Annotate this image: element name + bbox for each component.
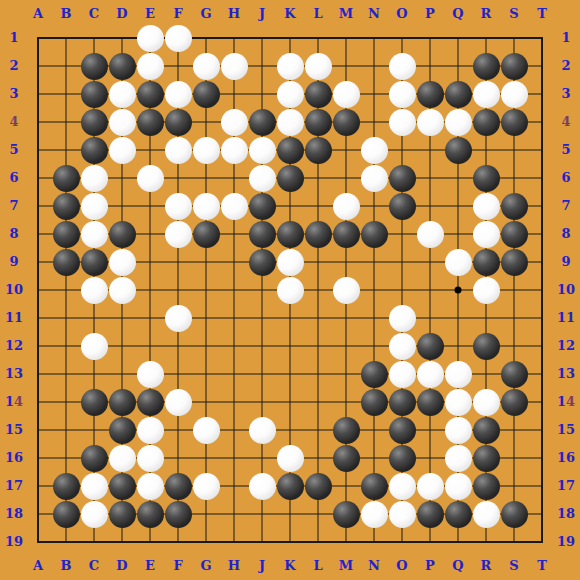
- intersection-M8[interactable]: [332, 220, 360, 248]
- intersection-R4[interactable]: [472, 108, 500, 136]
- intersection-F12[interactable]: [164, 332, 192, 360]
- intersection-L7[interactable]: [304, 192, 332, 220]
- intersection-O9[interactable]: [388, 248, 416, 276]
- intersection-E1[interactable]: [136, 24, 164, 52]
- intersection-K7[interactable]: [276, 192, 304, 220]
- intersection-F3[interactable]: [164, 80, 192, 108]
- intersection-Q9[interactable]: [444, 248, 472, 276]
- intersection-T5[interactable]: [528, 136, 556, 164]
- intersection-G14[interactable]: [192, 388, 220, 416]
- intersection-N6[interactable]: [360, 164, 388, 192]
- intersection-S18[interactable]: [500, 500, 528, 528]
- intersection-J4[interactable]: [248, 108, 276, 136]
- intersection-F19[interactable]: [164, 528, 192, 556]
- intersection-L9[interactable]: [304, 248, 332, 276]
- intersection-S8[interactable]: [500, 220, 528, 248]
- intersection-C17[interactable]: [80, 472, 108, 500]
- intersection-Q8[interactable]: [444, 220, 472, 248]
- intersection-R18[interactable]: [472, 500, 500, 528]
- intersection-A3[interactable]: [24, 80, 52, 108]
- intersection-C2[interactable]: [80, 52, 108, 80]
- intersection-Q14[interactable]: [444, 388, 472, 416]
- intersection-O19[interactable]: [388, 528, 416, 556]
- intersection-J3[interactable]: [248, 80, 276, 108]
- intersection-C11[interactable]: [80, 304, 108, 332]
- intersection-Q6[interactable]: [444, 164, 472, 192]
- intersection-G17[interactable]: [192, 472, 220, 500]
- intersection-H6[interactable]: [220, 164, 248, 192]
- intersection-Q1[interactable]: [444, 24, 472, 52]
- intersection-D6[interactable]: [108, 164, 136, 192]
- intersection-D3[interactable]: [108, 80, 136, 108]
- intersection-H18[interactable]: [220, 500, 248, 528]
- intersection-C6[interactable]: [80, 164, 108, 192]
- intersection-O8[interactable]: [388, 220, 416, 248]
- intersection-L4[interactable]: [304, 108, 332, 136]
- intersection-B6[interactable]: [52, 164, 80, 192]
- intersection-H10[interactable]: [220, 276, 248, 304]
- intersection-L16[interactable]: [304, 444, 332, 472]
- intersection-L2[interactable]: [304, 52, 332, 80]
- intersection-F17[interactable]: [164, 472, 192, 500]
- intersection-H7[interactable]: [220, 192, 248, 220]
- intersection-C7[interactable]: [80, 192, 108, 220]
- intersection-D16[interactable]: [108, 444, 136, 472]
- intersection-G2[interactable]: [192, 52, 220, 80]
- intersection-R11[interactable]: [472, 304, 500, 332]
- intersection-O13[interactable]: [388, 360, 416, 388]
- intersection-O2[interactable]: [388, 52, 416, 80]
- intersection-H19[interactable]: [220, 528, 248, 556]
- intersection-J13[interactable]: [248, 360, 276, 388]
- intersection-F5[interactable]: [164, 136, 192, 164]
- intersection-T10[interactable]: [528, 276, 556, 304]
- intersection-P3[interactable]: [416, 80, 444, 108]
- intersection-E2[interactable]: [136, 52, 164, 80]
- intersection-J18[interactable]: [248, 500, 276, 528]
- intersection-F13[interactable]: [164, 360, 192, 388]
- intersection-O11[interactable]: [388, 304, 416, 332]
- intersection-C8[interactable]: [80, 220, 108, 248]
- intersection-F8[interactable]: [164, 220, 192, 248]
- intersection-G9[interactable]: [192, 248, 220, 276]
- intersection-M15[interactable]: [332, 416, 360, 444]
- intersection-G12[interactable]: [192, 332, 220, 360]
- intersection-F7[interactable]: [164, 192, 192, 220]
- intersection-C16[interactable]: [80, 444, 108, 472]
- intersection-J8[interactable]: [248, 220, 276, 248]
- intersection-T16[interactable]: [528, 444, 556, 472]
- intersection-F9[interactable]: [164, 248, 192, 276]
- intersection-K14[interactable]: [276, 388, 304, 416]
- intersection-E3[interactable]: [136, 80, 164, 108]
- intersection-C15[interactable]: [80, 416, 108, 444]
- intersection-N15[interactable]: [360, 416, 388, 444]
- intersection-D12[interactable]: [108, 332, 136, 360]
- intersection-A12[interactable]: [24, 332, 52, 360]
- intersection-R8[interactable]: [472, 220, 500, 248]
- intersection-Q15[interactable]: [444, 416, 472, 444]
- intersection-R6[interactable]: [472, 164, 500, 192]
- intersection-C18[interactable]: [80, 500, 108, 528]
- intersection-D11[interactable]: [108, 304, 136, 332]
- intersection-J11[interactable]: [248, 304, 276, 332]
- intersection-S11[interactable]: [500, 304, 528, 332]
- intersection-P11[interactable]: [416, 304, 444, 332]
- intersection-M10[interactable]: [332, 276, 360, 304]
- intersection-J16[interactable]: [248, 444, 276, 472]
- intersection-E16[interactable]: [136, 444, 164, 472]
- intersection-R10[interactable]: [472, 276, 500, 304]
- intersection-S10[interactable]: [500, 276, 528, 304]
- intersection-R12[interactable]: [472, 332, 500, 360]
- intersection-T3[interactable]: [528, 80, 556, 108]
- intersection-O7[interactable]: [388, 192, 416, 220]
- intersection-B19[interactable]: [52, 528, 80, 556]
- intersection-C1[interactable]: [80, 24, 108, 52]
- intersection-H3[interactable]: [220, 80, 248, 108]
- intersection-G19[interactable]: [192, 528, 220, 556]
- intersection-G10[interactable]: [192, 276, 220, 304]
- intersection-C19[interactable]: [80, 528, 108, 556]
- intersection-A2[interactable]: [24, 52, 52, 80]
- intersection-S2[interactable]: [500, 52, 528, 80]
- intersection-A16[interactable]: [24, 444, 52, 472]
- intersection-R16[interactable]: [472, 444, 500, 472]
- intersection-M16[interactable]: [332, 444, 360, 472]
- intersection-R3[interactable]: [472, 80, 500, 108]
- intersection-Q7[interactable]: [444, 192, 472, 220]
- intersection-T4[interactable]: [528, 108, 556, 136]
- intersection-S17[interactable]: [500, 472, 528, 500]
- intersection-K17[interactable]: [276, 472, 304, 500]
- intersection-T13[interactable]: [528, 360, 556, 388]
- intersection-G7[interactable]: [192, 192, 220, 220]
- intersection-P17[interactable]: [416, 472, 444, 500]
- intersection-H17[interactable]: [220, 472, 248, 500]
- intersection-B14[interactable]: [52, 388, 80, 416]
- intersection-T11[interactable]: [528, 304, 556, 332]
- intersection-Q16[interactable]: [444, 444, 472, 472]
- intersection-K1[interactable]: [276, 24, 304, 52]
- intersection-K19[interactable]: [276, 528, 304, 556]
- intersection-B18[interactable]: [52, 500, 80, 528]
- intersection-K3[interactable]: [276, 80, 304, 108]
- intersection-N17[interactable]: [360, 472, 388, 500]
- intersection-D19[interactable]: [108, 528, 136, 556]
- intersection-P12[interactable]: [416, 332, 444, 360]
- intersection-Q12[interactable]: [444, 332, 472, 360]
- intersection-L13[interactable]: [304, 360, 332, 388]
- intersection-S1[interactable]: [500, 24, 528, 52]
- intersection-F18[interactable]: [164, 500, 192, 528]
- intersection-R19[interactable]: [472, 528, 500, 556]
- intersection-R15[interactable]: [472, 416, 500, 444]
- intersection-S9[interactable]: [500, 248, 528, 276]
- intersection-H8[interactable]: [220, 220, 248, 248]
- intersection-H5[interactable]: [220, 136, 248, 164]
- intersection-O16[interactable]: [388, 444, 416, 472]
- intersection-L1[interactable]: [304, 24, 332, 52]
- intersection-S13[interactable]: [500, 360, 528, 388]
- intersection-B2[interactable]: [52, 52, 80, 80]
- intersection-E14[interactable]: [136, 388, 164, 416]
- intersection-O18[interactable]: [388, 500, 416, 528]
- intersection-M4[interactable]: [332, 108, 360, 136]
- intersection-G5[interactable]: [192, 136, 220, 164]
- intersection-J2[interactable]: [248, 52, 276, 80]
- intersection-A9[interactable]: [24, 248, 52, 276]
- intersection-E7[interactable]: [136, 192, 164, 220]
- intersection-A19[interactable]: [24, 528, 52, 556]
- intersection-M18[interactable]: [332, 500, 360, 528]
- intersection-P6[interactable]: [416, 164, 444, 192]
- intersection-L8[interactable]: [304, 220, 332, 248]
- intersection-O17[interactable]: [388, 472, 416, 500]
- intersection-M6[interactable]: [332, 164, 360, 192]
- intersection-C5[interactable]: [80, 136, 108, 164]
- intersection-N10[interactable]: [360, 276, 388, 304]
- intersection-D1[interactable]: [108, 24, 136, 52]
- intersection-H12[interactable]: [220, 332, 248, 360]
- intersection-B9[interactable]: [52, 248, 80, 276]
- intersection-C9[interactable]: [80, 248, 108, 276]
- intersection-A13[interactable]: [24, 360, 52, 388]
- intersection-N19[interactable]: [360, 528, 388, 556]
- intersection-T1[interactable]: [528, 24, 556, 52]
- intersection-F15[interactable]: [164, 416, 192, 444]
- intersection-D13[interactable]: [108, 360, 136, 388]
- intersection-R14[interactable]: [472, 388, 500, 416]
- intersection-N4[interactable]: [360, 108, 388, 136]
- intersection-P10[interactable]: [416, 276, 444, 304]
- intersection-P18[interactable]: [416, 500, 444, 528]
- intersection-H9[interactable]: [220, 248, 248, 276]
- intersection-C4[interactable]: [80, 108, 108, 136]
- intersection-H1[interactable]: [220, 24, 248, 52]
- intersection-O3[interactable]: [388, 80, 416, 108]
- intersection-M14[interactable]: [332, 388, 360, 416]
- intersection-N8[interactable]: [360, 220, 388, 248]
- intersection-A7[interactable]: [24, 192, 52, 220]
- intersection-J5[interactable]: [248, 136, 276, 164]
- intersection-B1[interactable]: [52, 24, 80, 52]
- intersection-N1[interactable]: [360, 24, 388, 52]
- intersection-E6[interactable]: [136, 164, 164, 192]
- intersection-D9[interactable]: [108, 248, 136, 276]
- intersection-S5[interactable]: [500, 136, 528, 164]
- intersection-M3[interactable]: [332, 80, 360, 108]
- intersection-E9[interactable]: [136, 248, 164, 276]
- intersection-L17[interactable]: [304, 472, 332, 500]
- intersection-L19[interactable]: [304, 528, 332, 556]
- intersection-J6[interactable]: [248, 164, 276, 192]
- intersection-N12[interactable]: [360, 332, 388, 360]
- intersection-Q2[interactable]: [444, 52, 472, 80]
- intersection-D8[interactable]: [108, 220, 136, 248]
- intersection-D14[interactable]: [108, 388, 136, 416]
- intersection-B4[interactable]: [52, 108, 80, 136]
- intersection-H4[interactable]: [220, 108, 248, 136]
- intersection-E5[interactable]: [136, 136, 164, 164]
- intersection-K4[interactable]: [276, 108, 304, 136]
- intersection-S4[interactable]: [500, 108, 528, 136]
- intersection-A1[interactable]: [24, 24, 52, 52]
- intersection-B3[interactable]: [52, 80, 80, 108]
- intersection-N11[interactable]: [360, 304, 388, 332]
- intersection-M19[interactable]: [332, 528, 360, 556]
- intersection-K12[interactable]: [276, 332, 304, 360]
- intersection-E13[interactable]: [136, 360, 164, 388]
- intersection-T14[interactable]: [528, 388, 556, 416]
- intersection-M7[interactable]: [332, 192, 360, 220]
- intersection-B15[interactable]: [52, 416, 80, 444]
- intersection-E4[interactable]: [136, 108, 164, 136]
- intersection-O6[interactable]: [388, 164, 416, 192]
- intersection-C12[interactable]: [80, 332, 108, 360]
- intersection-N3[interactable]: [360, 80, 388, 108]
- intersection-Q11[interactable]: [444, 304, 472, 332]
- intersection-R5[interactable]: [472, 136, 500, 164]
- intersection-C3[interactable]: [80, 80, 108, 108]
- intersection-L6[interactable]: [304, 164, 332, 192]
- intersection-Q5[interactable]: [444, 136, 472, 164]
- intersection-J9[interactable]: [248, 248, 276, 276]
- intersection-S3[interactable]: [500, 80, 528, 108]
- intersection-M9[interactable]: [332, 248, 360, 276]
- intersection-S6[interactable]: [500, 164, 528, 192]
- intersection-R13[interactable]: [472, 360, 500, 388]
- intersection-P15[interactable]: [416, 416, 444, 444]
- intersection-E19[interactable]: [136, 528, 164, 556]
- intersection-F4[interactable]: [164, 108, 192, 136]
- intersection-D17[interactable]: [108, 472, 136, 500]
- intersection-B17[interactable]: [52, 472, 80, 500]
- intersection-B11[interactable]: [52, 304, 80, 332]
- intersection-G6[interactable]: [192, 164, 220, 192]
- intersection-E11[interactable]: [136, 304, 164, 332]
- intersection-A4[interactable]: [24, 108, 52, 136]
- intersection-M17[interactable]: [332, 472, 360, 500]
- intersection-B8[interactable]: [52, 220, 80, 248]
- intersection-G3[interactable]: [192, 80, 220, 108]
- intersection-L14[interactable]: [304, 388, 332, 416]
- intersection-R2[interactable]: [472, 52, 500, 80]
- intersection-K6[interactable]: [276, 164, 304, 192]
- intersection-H11[interactable]: [220, 304, 248, 332]
- intersection-J19[interactable]: [248, 528, 276, 556]
- intersection-L11[interactable]: [304, 304, 332, 332]
- intersection-M2[interactable]: [332, 52, 360, 80]
- intersection-D18[interactable]: [108, 500, 136, 528]
- intersection-M12[interactable]: [332, 332, 360, 360]
- intersection-B5[interactable]: [52, 136, 80, 164]
- intersection-K15[interactable]: [276, 416, 304, 444]
- intersection-A8[interactable]: [24, 220, 52, 248]
- intersection-R17[interactable]: [472, 472, 500, 500]
- intersection-D15[interactable]: [108, 416, 136, 444]
- intersection-S12[interactable]: [500, 332, 528, 360]
- intersection-T12[interactable]: [528, 332, 556, 360]
- intersection-O15[interactable]: [388, 416, 416, 444]
- intersection-P7[interactable]: [416, 192, 444, 220]
- intersection-N16[interactable]: [360, 444, 388, 472]
- intersection-K9[interactable]: [276, 248, 304, 276]
- intersection-N13[interactable]: [360, 360, 388, 388]
- intersection-S7[interactable]: [500, 192, 528, 220]
- intersection-T2[interactable]: [528, 52, 556, 80]
- intersection-A11[interactable]: [24, 304, 52, 332]
- intersection-P9[interactable]: [416, 248, 444, 276]
- intersection-N7[interactable]: [360, 192, 388, 220]
- intersection-S15[interactable]: [500, 416, 528, 444]
- intersection-Q10[interactable]: [444, 276, 472, 304]
- intersection-P8[interactable]: [416, 220, 444, 248]
- intersection-F6[interactable]: [164, 164, 192, 192]
- intersection-Q3[interactable]: [444, 80, 472, 108]
- intersection-T6[interactable]: [528, 164, 556, 192]
- intersection-C13[interactable]: [80, 360, 108, 388]
- intersection-P2[interactable]: [416, 52, 444, 80]
- intersection-D10[interactable]: [108, 276, 136, 304]
- intersection-O12[interactable]: [388, 332, 416, 360]
- intersection-Q18[interactable]: [444, 500, 472, 528]
- intersection-P19[interactable]: [416, 528, 444, 556]
- intersection-G8[interactable]: [192, 220, 220, 248]
- intersection-R1[interactable]: [472, 24, 500, 52]
- intersection-H15[interactable]: [220, 416, 248, 444]
- intersection-R7[interactable]: [472, 192, 500, 220]
- intersection-B13[interactable]: [52, 360, 80, 388]
- intersection-C14[interactable]: [80, 388, 108, 416]
- intersection-B10[interactable]: [52, 276, 80, 304]
- intersection-L3[interactable]: [304, 80, 332, 108]
- intersection-P13[interactable]: [416, 360, 444, 388]
- intersection-H16[interactable]: [220, 444, 248, 472]
- intersection-E12[interactable]: [136, 332, 164, 360]
- intersection-A17[interactable]: [24, 472, 52, 500]
- intersection-P14[interactable]: [416, 388, 444, 416]
- intersection-L18[interactable]: [304, 500, 332, 528]
- intersection-O4[interactable]: [388, 108, 416, 136]
- intersection-T7[interactable]: [528, 192, 556, 220]
- intersection-S19[interactable]: [500, 528, 528, 556]
- intersection-O14[interactable]: [388, 388, 416, 416]
- intersection-A14[interactable]: [24, 388, 52, 416]
- intersection-T19[interactable]: [528, 528, 556, 556]
- intersection-F10[interactable]: [164, 276, 192, 304]
- intersection-J10[interactable]: [248, 276, 276, 304]
- intersection-J15[interactable]: [248, 416, 276, 444]
- intersection-C10[interactable]: [80, 276, 108, 304]
- intersection-G11[interactable]: [192, 304, 220, 332]
- intersection-E18[interactable]: [136, 500, 164, 528]
- intersection-B12[interactable]: [52, 332, 80, 360]
- intersection-N5[interactable]: [360, 136, 388, 164]
- intersection-K11[interactable]: [276, 304, 304, 332]
- intersection-G15[interactable]: [192, 416, 220, 444]
- intersection-P4[interactable]: [416, 108, 444, 136]
- intersection-G1[interactable]: [192, 24, 220, 52]
- intersection-L5[interactable]: [304, 136, 332, 164]
- intersection-S16[interactable]: [500, 444, 528, 472]
- intersection-K5[interactable]: [276, 136, 304, 164]
- intersection-B16[interactable]: [52, 444, 80, 472]
- intersection-N9[interactable]: [360, 248, 388, 276]
- intersection-B7[interactable]: [52, 192, 80, 220]
- intersection-T8[interactable]: [528, 220, 556, 248]
- intersection-E10[interactable]: [136, 276, 164, 304]
